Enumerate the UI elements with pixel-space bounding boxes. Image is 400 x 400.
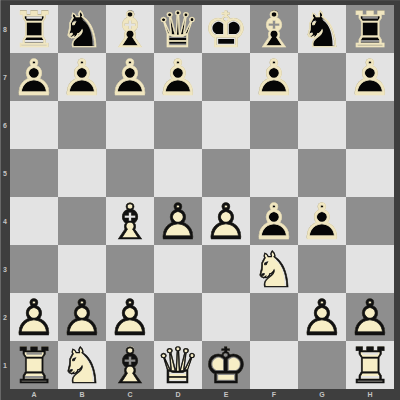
piece-white-pawn[interactable]: ♟♙ xyxy=(346,293,394,341)
file-label-c: C xyxy=(106,389,154,400)
white-pawn-outline-icon: ♙ xyxy=(348,293,393,343)
rank-label-3: 3 xyxy=(0,245,10,293)
white-bishop-outline-icon: ♗ xyxy=(108,341,153,391)
square-g1[interactable] xyxy=(298,341,346,389)
black-pawn-outline-icon: ♙ xyxy=(252,197,297,247)
rank-label-7: 7 xyxy=(0,53,10,101)
board-frame: 87654321 ♜♖♞♘♝♗♛♕♚♔♝♗♞♘♜♖♟♙♟♙♟♙♟♙♟♙♟♙♝♗♟… xyxy=(0,0,400,400)
square-c2[interactable]: ♟♙ xyxy=(106,293,154,341)
piece-white-pawn[interactable]: ♟♙ xyxy=(202,197,250,245)
square-d6[interactable] xyxy=(154,101,202,149)
square-b4[interactable] xyxy=(58,197,106,245)
file-label-f: F xyxy=(250,389,298,400)
square-d7[interactable]: ♟♙ xyxy=(154,53,202,101)
square-f6[interactable] xyxy=(250,101,298,149)
black-king-outline-icon: ♔ xyxy=(204,5,249,55)
file-label-a: A xyxy=(10,389,58,400)
square-c7[interactable]: ♟♙ xyxy=(106,53,154,101)
white-pawn-outline-icon: ♙ xyxy=(156,197,201,247)
rank-label-5: 5 xyxy=(0,149,10,197)
square-c8[interactable]: ♝♗ xyxy=(106,5,154,53)
square-e1[interactable]: ♚♔ xyxy=(202,341,250,389)
square-e2[interactable] xyxy=(202,293,250,341)
black-pawn-outline-icon: ♙ xyxy=(348,53,393,103)
square-h2[interactable]: ♟♙ xyxy=(346,293,394,341)
square-f8[interactable]: ♝♗ xyxy=(250,5,298,53)
black-bishop-outline-icon: ♗ xyxy=(252,5,297,55)
black-knight-outline-icon: ♘ xyxy=(60,5,105,55)
square-f3[interactable]: ♞♘ xyxy=(250,245,298,293)
square-c6[interactable] xyxy=(106,101,154,149)
piece-white-pawn[interactable]: ♟♙ xyxy=(154,197,202,245)
rank-label-2: 2 xyxy=(0,293,10,341)
black-rook-outline-icon: ♖ xyxy=(12,5,57,55)
piece-white-king[interactable]: ♚♔ xyxy=(202,341,250,389)
piece-black-king[interactable]: ♚♔ xyxy=(202,5,250,53)
square-e6[interactable] xyxy=(202,101,250,149)
square-c5[interactable] xyxy=(106,149,154,197)
square-b7[interactable]: ♟♙ xyxy=(58,53,106,101)
square-h4[interactable] xyxy=(346,197,394,245)
square-g6[interactable] xyxy=(298,101,346,149)
piece-black-pawn[interactable]: ♟♙ xyxy=(154,53,202,101)
piece-black-queen[interactable]: ♛♕ xyxy=(154,5,202,53)
square-b6[interactable] xyxy=(58,101,106,149)
piece-white-knight[interactable]: ♞♘ xyxy=(58,341,106,389)
square-f2[interactable] xyxy=(250,293,298,341)
piece-white-bishop[interactable]: ♝♗ xyxy=(106,341,154,389)
square-f7[interactable]: ♟♙ xyxy=(250,53,298,101)
square-e7[interactable] xyxy=(202,53,250,101)
square-c3[interactable] xyxy=(106,245,154,293)
square-h3[interactable] xyxy=(346,245,394,293)
square-h5[interactable] xyxy=(346,149,394,197)
white-rook-outline-icon: ♖ xyxy=(12,341,57,391)
black-pawn-outline-icon: ♙ xyxy=(252,53,297,103)
rank-label-8: 8 xyxy=(0,5,10,53)
square-e4[interactable]: ♟♙ xyxy=(202,197,250,245)
rank-label-4: 4 xyxy=(0,197,10,245)
black-knight-outline-icon: ♘ xyxy=(300,5,345,55)
file-label-h: H xyxy=(346,389,394,400)
square-g8[interactable]: ♞♘ xyxy=(298,5,346,53)
square-e5[interactable] xyxy=(202,149,250,197)
square-c4[interactable]: ♝♗ xyxy=(106,197,154,245)
white-pawn-outline-icon: ♙ xyxy=(108,293,153,343)
square-d5[interactable] xyxy=(154,149,202,197)
square-d1[interactable]: ♛♕ xyxy=(154,341,202,389)
file-label-d: D xyxy=(154,389,202,400)
white-bishop-outline-icon: ♗ xyxy=(108,197,153,247)
file-labels: ABCDEFGH xyxy=(10,389,394,400)
square-b5[interactable] xyxy=(58,149,106,197)
square-a6[interactable] xyxy=(10,101,58,149)
piece-white-pawn[interactable]: ♟♙ xyxy=(106,293,154,341)
black-pawn-outline-icon: ♙ xyxy=(60,53,105,103)
piece-black-pawn[interactable]: ♟♙ xyxy=(298,197,346,245)
white-queen-outline-icon: ♕ xyxy=(156,341,201,391)
piece-black-rook[interactable]: ♜♖ xyxy=(10,5,58,53)
square-b2[interactable]: ♟♙ xyxy=(58,293,106,341)
black-queen-outline-icon: ♕ xyxy=(156,5,201,55)
square-g4[interactable]: ♟♙ xyxy=(298,197,346,245)
piece-white-rook[interactable]: ♜♖ xyxy=(346,341,394,389)
piece-black-pawn[interactable]: ♟♙ xyxy=(10,53,58,101)
square-f1[interactable] xyxy=(250,341,298,389)
square-e3[interactable] xyxy=(202,245,250,293)
square-g3[interactable] xyxy=(298,245,346,293)
square-d3[interactable] xyxy=(154,245,202,293)
piece-black-rook[interactable]: ♜♖ xyxy=(346,5,394,53)
file-label-b: B xyxy=(58,389,106,400)
white-knight-outline-icon: ♘ xyxy=(60,341,105,391)
square-b1[interactable]: ♞♘ xyxy=(58,341,106,389)
square-g7[interactable] xyxy=(298,53,346,101)
piece-black-knight[interactable]: ♞♘ xyxy=(298,5,346,53)
square-d8[interactable]: ♛♕ xyxy=(154,5,202,53)
piece-black-pawn[interactable]: ♟♙ xyxy=(346,53,394,101)
piece-white-pawn[interactable]: ♟♙ xyxy=(298,293,346,341)
black-pawn-outline-icon: ♙ xyxy=(12,53,57,103)
square-a7[interactable]: ♟♙ xyxy=(10,53,58,101)
square-e8[interactable]: ♚♔ xyxy=(202,5,250,53)
black-rook-outline-icon: ♖ xyxy=(348,5,393,55)
piece-white-pawn[interactable]: ♟♙ xyxy=(58,293,106,341)
square-d2[interactable] xyxy=(154,293,202,341)
white-pawn-outline-icon: ♙ xyxy=(12,293,57,343)
piece-black-pawn[interactable]: ♟♙ xyxy=(58,53,106,101)
piece-black-bishop[interactable]: ♝♗ xyxy=(106,5,154,53)
square-f5[interactable] xyxy=(250,149,298,197)
square-f4[interactable]: ♟♙ xyxy=(250,197,298,245)
square-h6[interactable] xyxy=(346,101,394,149)
square-a5[interactable] xyxy=(10,149,58,197)
square-h1[interactable]: ♜♖ xyxy=(346,341,394,389)
piece-white-rook[interactable]: ♜♖ xyxy=(10,341,58,389)
square-g2[interactable]: ♟♙ xyxy=(298,293,346,341)
square-a3[interactable] xyxy=(10,245,58,293)
square-b8[interactable]: ♞♘ xyxy=(58,5,106,53)
square-g5[interactable] xyxy=(298,149,346,197)
black-bishop-outline-icon: ♗ xyxy=(108,5,153,55)
square-d4[interactable]: ♟♙ xyxy=(154,197,202,245)
square-a1[interactable]: ♜♖ xyxy=(10,341,58,389)
white-pawn-outline-icon: ♙ xyxy=(204,197,249,247)
chess-board: ♜♖♞♘♝♗♛♕♚♔♝♗♞♘♜♖♟♙♟♙♟♙♟♙♟♙♟♙♝♗♟♙♟♙♟♙♟♙♞♘… xyxy=(10,5,394,389)
piece-white-knight[interactable]: ♞♘ xyxy=(250,245,298,293)
piece-white-pawn[interactable]: ♟♙ xyxy=(10,293,58,341)
piece-black-pawn[interactable]: ♟♙ xyxy=(250,53,298,101)
piece-black-pawn[interactable]: ♟♙ xyxy=(106,53,154,101)
white-pawn-outline-icon: ♙ xyxy=(300,293,345,343)
piece-white-bishop[interactable]: ♝♗ xyxy=(106,197,154,245)
file-label-g: G xyxy=(298,389,346,400)
white-rook-outline-icon: ♖ xyxy=(348,341,393,391)
white-knight-outline-icon: ♘ xyxy=(252,245,297,295)
white-pawn-outline-icon: ♙ xyxy=(60,293,105,343)
piece-white-queen[interactable]: ♛♕ xyxy=(154,341,202,389)
piece-black-pawn[interactable]: ♟♙ xyxy=(250,197,298,245)
file-label-e: E xyxy=(202,389,250,400)
square-h8[interactable]: ♜♖ xyxy=(346,5,394,53)
square-h7[interactable]: ♟♙ xyxy=(346,53,394,101)
square-a2[interactable]: ♟♙ xyxy=(10,293,58,341)
black-pawn-outline-icon: ♙ xyxy=(300,197,345,247)
square-b3[interactable] xyxy=(58,245,106,293)
piece-black-knight[interactable]: ♞♘ xyxy=(58,5,106,53)
rank-labels: 87654321 xyxy=(0,5,10,389)
black-pawn-outline-icon: ♙ xyxy=(108,53,153,103)
rank-label-6: 6 xyxy=(0,101,10,149)
rank-label-1: 1 xyxy=(0,341,10,389)
piece-black-bishop[interactable]: ♝♗ xyxy=(250,5,298,53)
white-king-outline-icon: ♔ xyxy=(204,341,249,391)
square-a4[interactable] xyxy=(10,197,58,245)
square-c1[interactable]: ♝♗ xyxy=(106,341,154,389)
black-pawn-outline-icon: ♙ xyxy=(156,53,201,103)
square-a8[interactable]: ♜♖ xyxy=(10,5,58,53)
